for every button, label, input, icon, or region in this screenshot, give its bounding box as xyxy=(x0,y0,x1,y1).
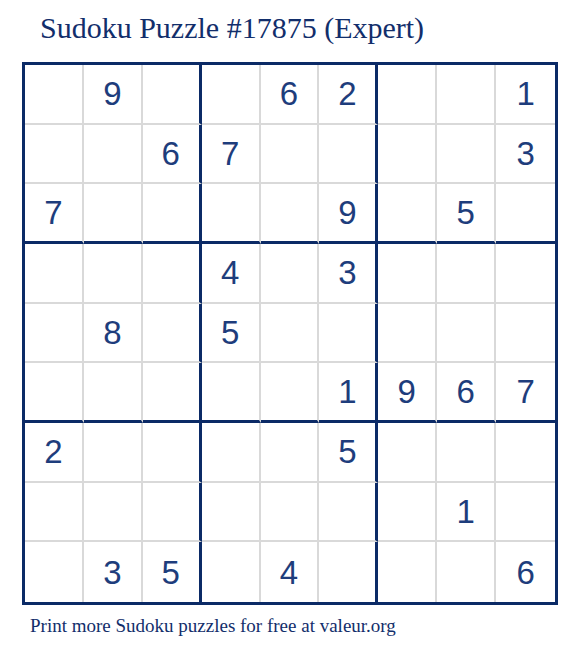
footer-text: Print more Sudoku puzzles for free at va… xyxy=(30,613,396,639)
sudoku-cell-r7c3[interactable] xyxy=(143,423,202,483)
sudoku-cell-r4c1[interactable] xyxy=(25,244,84,304)
sudoku-cell-r7c4[interactable] xyxy=(202,423,261,483)
sudoku-cell-r4c8[interactable] xyxy=(437,244,496,304)
sudoku-cell-r2c1[interactable] xyxy=(25,125,84,185)
sudoku-cell-r1c6[interactable]: 2 xyxy=(319,65,378,125)
sudoku-cell-r8c4[interactable] xyxy=(202,483,261,543)
sudoku-cell-r9c8[interactable] xyxy=(437,542,496,602)
sudoku-cell-r4c6[interactable]: 3 xyxy=(319,244,378,304)
sudoku-cell-r8c1[interactable] xyxy=(25,483,84,543)
sudoku-cell-r7c2[interactable] xyxy=(84,423,143,483)
sudoku-cell-r8c2[interactable] xyxy=(84,483,143,543)
sudoku-cell-r5c5[interactable] xyxy=(261,304,320,364)
sudoku-cell-r9c2[interactable]: 3 xyxy=(84,542,143,602)
sudoku-cell-r3c4[interactable] xyxy=(202,184,261,244)
sudoku-cell-r9c7[interactable] xyxy=(378,542,437,602)
sudoku-cell-r1c4[interactable] xyxy=(202,65,261,125)
sudoku-cell-r3c7[interactable] xyxy=(378,184,437,244)
sudoku-cell-r5c8[interactable] xyxy=(437,304,496,364)
sudoku-cell-r7c1[interactable]: 2 xyxy=(25,423,84,483)
sudoku-cell-r1c7[interactable] xyxy=(378,65,437,125)
sudoku-cell-r6c9[interactable]: 7 xyxy=(496,363,555,423)
sudoku-cell-r6c3[interactable] xyxy=(143,363,202,423)
sudoku-cell-r3c9[interactable] xyxy=(496,184,555,244)
sudoku-cell-r1c2[interactable]: 9 xyxy=(84,65,143,125)
sudoku-cell-r7c6[interactable]: 5 xyxy=(319,423,378,483)
sudoku-cell-r3c3[interactable] xyxy=(143,184,202,244)
sudoku-cell-r9c5[interactable]: 4 xyxy=(261,542,320,602)
sudoku-cell-r3c8[interactable]: 5 xyxy=(437,184,496,244)
sudoku-cell-r3c1[interactable]: 7 xyxy=(25,184,84,244)
sudoku-cell-r6c5[interactable] xyxy=(261,363,320,423)
sudoku-cell-r4c9[interactable] xyxy=(496,244,555,304)
sudoku-cell-r8c3[interactable] xyxy=(143,483,202,543)
sudoku-cell-r9c3[interactable]: 5 xyxy=(143,542,202,602)
sudoku-cell-r9c1[interactable] xyxy=(25,542,84,602)
sudoku-cell-r5c2[interactable]: 8 xyxy=(84,304,143,364)
sudoku-cell-r4c7[interactable] xyxy=(378,244,437,304)
sudoku-cell-r6c1[interactable] xyxy=(25,363,84,423)
sudoku-cell-r8c7[interactable] xyxy=(378,483,437,543)
sudoku-cell-r6c4[interactable] xyxy=(202,363,261,423)
sudoku-cell-r8c6[interactable] xyxy=(319,483,378,543)
sudoku-cell-r2c6[interactable] xyxy=(319,125,378,185)
sudoku-cell-r1c1[interactable] xyxy=(25,65,84,125)
sudoku-cell-r2c7[interactable] xyxy=(378,125,437,185)
sudoku-cell-r5c6[interactable] xyxy=(319,304,378,364)
sudoku-cell-r6c6[interactable]: 1 xyxy=(319,363,378,423)
sudoku-cell-r9c4[interactable] xyxy=(202,542,261,602)
sudoku-cell-r2c2[interactable] xyxy=(84,125,143,185)
sudoku-cell-r4c3[interactable] xyxy=(143,244,202,304)
sudoku-cell-r4c5[interactable] xyxy=(261,244,320,304)
sudoku-page: Sudoku Puzzle #17875 (Expert) 9621673795… xyxy=(0,0,580,651)
sudoku-cell-r2c8[interactable] xyxy=(437,125,496,185)
sudoku-cell-r5c1[interactable] xyxy=(25,304,84,364)
sudoku-cell-r9c9[interactable]: 6 xyxy=(496,542,555,602)
sudoku-cell-r1c5[interactable]: 6 xyxy=(261,65,320,125)
sudoku-cell-r4c2[interactable] xyxy=(84,244,143,304)
sudoku-cell-r3c6[interactable]: 9 xyxy=(319,184,378,244)
sudoku-cell-r6c7[interactable]: 9 xyxy=(378,363,437,423)
sudoku-board: 9621673795438519672513546 xyxy=(22,62,558,605)
sudoku-cell-r5c3[interactable] xyxy=(143,304,202,364)
sudoku-cell-r5c4[interactable]: 5 xyxy=(202,304,261,364)
sudoku-cell-r7c5[interactable] xyxy=(261,423,320,483)
sudoku-cell-r4c4[interactable]: 4 xyxy=(202,244,261,304)
page-title: Sudoku Puzzle #17875 (Expert) xyxy=(40,10,424,46)
sudoku-cell-r3c2[interactable] xyxy=(84,184,143,244)
sudoku-cell-r2c3[interactable]: 6 xyxy=(143,125,202,185)
sudoku-cell-r9c6[interactable] xyxy=(319,542,378,602)
sudoku-cell-r6c8[interactable]: 6 xyxy=(437,363,496,423)
sudoku-cell-r6c2[interactable] xyxy=(84,363,143,423)
sudoku-cell-r1c3[interactable] xyxy=(143,65,202,125)
sudoku-cell-r8c9[interactable] xyxy=(496,483,555,543)
sudoku-cell-r5c7[interactable] xyxy=(378,304,437,364)
sudoku-cell-r1c8[interactable] xyxy=(437,65,496,125)
sudoku-cell-r7c9[interactable] xyxy=(496,423,555,483)
sudoku-cell-r5c9[interactable] xyxy=(496,304,555,364)
sudoku-cell-r7c8[interactable] xyxy=(437,423,496,483)
sudoku-cell-r3c5[interactable] xyxy=(261,184,320,244)
sudoku-cell-r7c7[interactable] xyxy=(378,423,437,483)
sudoku-cell-r2c5[interactable] xyxy=(261,125,320,185)
sudoku-cell-r1c9[interactable]: 1 xyxy=(496,65,555,125)
sudoku-cell-r8c5[interactable] xyxy=(261,483,320,543)
sudoku-cell-r2c4[interactable]: 7 xyxy=(202,125,261,185)
sudoku-cell-r8c8[interactable]: 1 xyxy=(437,483,496,543)
sudoku-cell-r2c9[interactable]: 3 xyxy=(496,125,555,185)
